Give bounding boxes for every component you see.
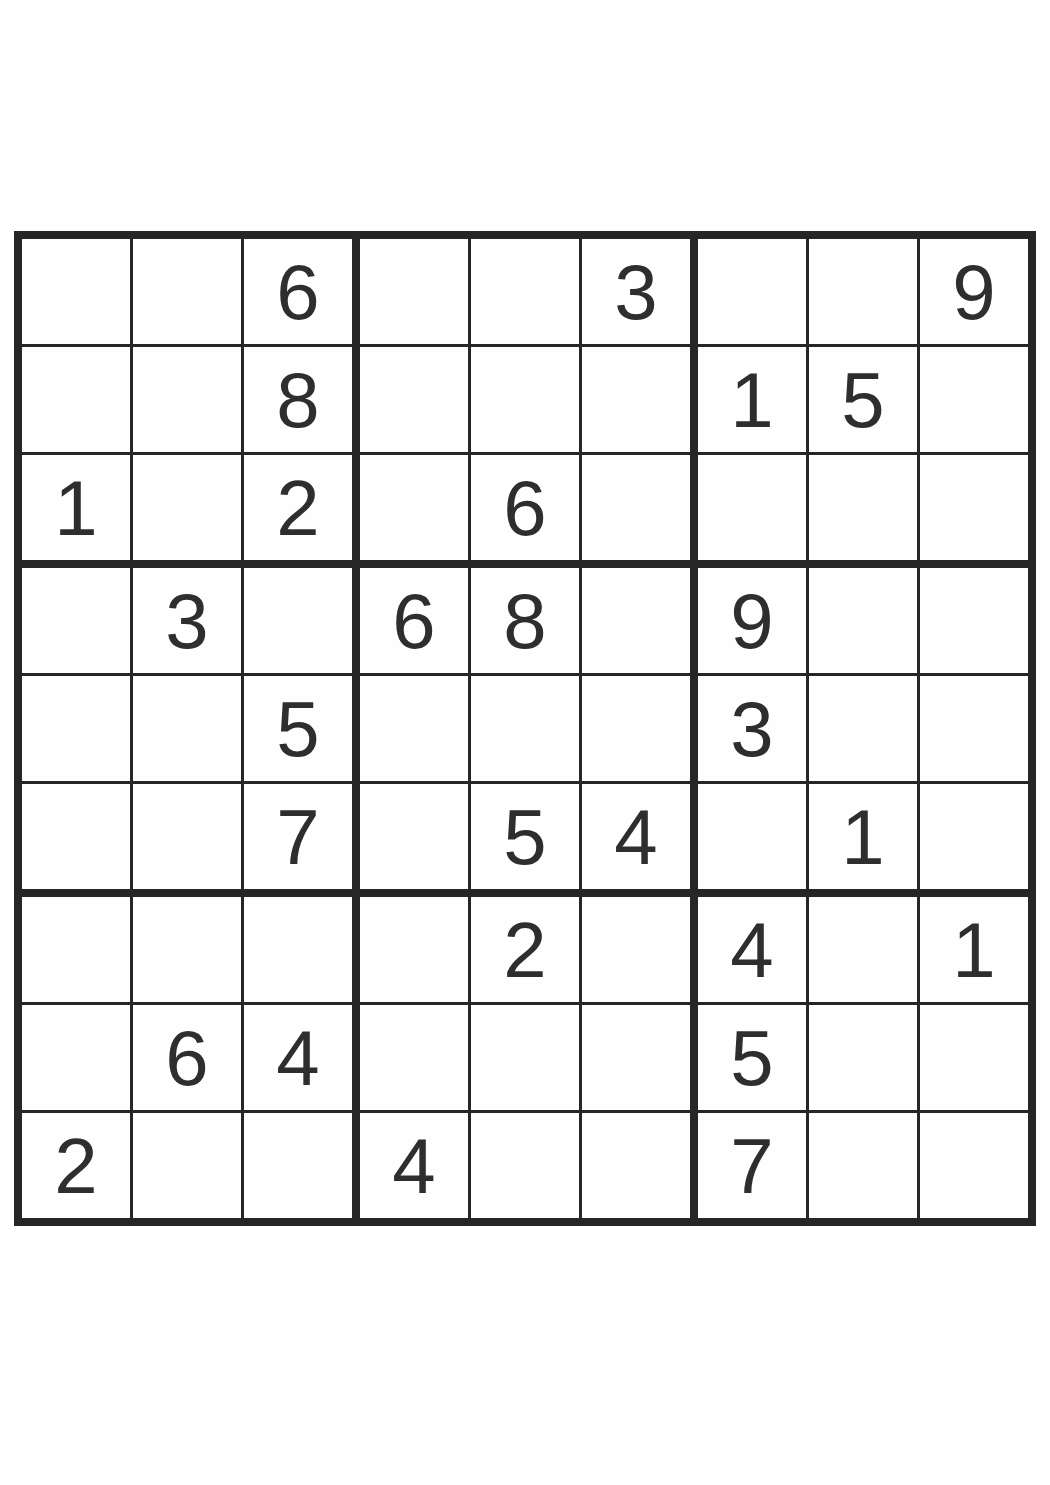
cell-r3c3[interactable]: 2 xyxy=(244,455,360,568)
given-digit: 3 xyxy=(730,690,773,768)
given-digit: 4 xyxy=(276,1019,319,1097)
cell-r1c1[interactable] xyxy=(22,239,133,347)
cell-r9c5[interactable] xyxy=(471,1113,582,1218)
given-digit: 9 xyxy=(952,253,995,331)
given-digit: 8 xyxy=(276,361,319,439)
given-digit: 4 xyxy=(392,1127,435,1205)
cell-r7c1[interactable] xyxy=(22,897,133,1005)
cell-r6c6[interactable]: 4 xyxy=(582,784,698,897)
cell-r1c6[interactable]: 3 xyxy=(582,239,698,347)
cell-r8c3[interactable]: 4 xyxy=(244,1005,360,1113)
cell-r4c2[interactable]: 3 xyxy=(133,568,244,676)
cell-r8c2[interactable]: 6 xyxy=(133,1005,244,1113)
cell-r6c9[interactable] xyxy=(920,784,1028,897)
cell-r4c1[interactable] xyxy=(22,568,133,676)
cell-r3c9[interactable] xyxy=(920,455,1028,568)
cell-r4c6[interactable] xyxy=(582,568,698,676)
given-digit: 2 xyxy=(54,1127,97,1205)
cell-r5c1[interactable] xyxy=(22,676,133,784)
given-digit: 5 xyxy=(503,798,546,876)
cell-r2c4[interactable] xyxy=(360,347,471,455)
cell-r3c7[interactable] xyxy=(698,455,809,568)
given-digit: 1 xyxy=(841,798,884,876)
cell-r6c2[interactable] xyxy=(133,784,244,897)
cell-r8c9[interactable] xyxy=(920,1005,1028,1113)
cell-r3c8[interactable] xyxy=(809,455,920,568)
cell-r7c3[interactable] xyxy=(244,897,360,1005)
cell-r8c4[interactable] xyxy=(360,1005,471,1113)
given-digit: 9 xyxy=(730,582,773,660)
page: 6398151263689537541241645247 xyxy=(0,0,1050,1226)
cell-r9c2[interactable] xyxy=(133,1113,244,1218)
cell-r1c7[interactable] xyxy=(698,239,809,347)
cell-r6c5[interactable]: 5 xyxy=(471,784,582,897)
cell-r1c9[interactable]: 9 xyxy=(920,239,1028,347)
cell-r4c5[interactable]: 8 xyxy=(471,568,582,676)
given-digit: 2 xyxy=(276,469,319,547)
cell-r1c4[interactable] xyxy=(360,239,471,347)
cell-r3c4[interactable] xyxy=(360,455,471,568)
cell-r5c3[interactable]: 5 xyxy=(244,676,360,784)
cell-r2c9[interactable] xyxy=(920,347,1028,455)
cell-r2c1[interactable] xyxy=(22,347,133,455)
given-digit: 1 xyxy=(952,911,995,989)
cell-r4c8[interactable] xyxy=(809,568,920,676)
cell-r7c5[interactable]: 2 xyxy=(471,897,582,1005)
cell-r6c3[interactable]: 7 xyxy=(244,784,360,897)
cell-r4c3[interactable] xyxy=(244,568,360,676)
cell-r9c3[interactable] xyxy=(244,1113,360,1218)
cell-r2c7[interactable]: 1 xyxy=(698,347,809,455)
cell-r6c4[interactable] xyxy=(360,784,471,897)
given-digit: 7 xyxy=(730,1127,773,1205)
given-digit: 6 xyxy=(503,469,546,547)
cell-r4c9[interactable] xyxy=(920,568,1028,676)
given-digit: 4 xyxy=(614,798,657,876)
given-digit: 5 xyxy=(730,1019,773,1097)
cell-r5c5[interactable] xyxy=(471,676,582,784)
cell-r9c9[interactable] xyxy=(920,1113,1028,1218)
cell-r1c3[interactable]: 6 xyxy=(244,239,360,347)
cell-r1c2[interactable] xyxy=(133,239,244,347)
given-digit: 6 xyxy=(392,582,435,660)
cell-r3c1[interactable]: 1 xyxy=(22,455,133,568)
cell-r4c4[interactable]: 6 xyxy=(360,568,471,676)
cell-r9c1[interactable]: 2 xyxy=(22,1113,133,1218)
given-digit: 5 xyxy=(276,690,319,768)
cell-r8c5[interactable] xyxy=(471,1005,582,1113)
given-digit: 1 xyxy=(54,469,97,547)
cell-r8c6[interactable] xyxy=(582,1005,698,1113)
cell-r7c9[interactable]: 1 xyxy=(920,897,1028,1005)
given-digit: 1 xyxy=(730,361,773,439)
cell-r5c2[interactable] xyxy=(133,676,244,784)
cell-r7c6[interactable] xyxy=(582,897,698,1005)
cell-r7c7[interactable]: 4 xyxy=(698,897,809,1005)
given-digit: 2 xyxy=(503,911,546,989)
given-digit: 8 xyxy=(503,582,546,660)
given-digit: 5 xyxy=(841,361,884,439)
cell-r8c8[interactable] xyxy=(809,1005,920,1113)
cell-r2c3[interactable]: 8 xyxy=(244,347,360,455)
cell-r9c8[interactable] xyxy=(809,1113,920,1218)
given-digit: 3 xyxy=(165,582,208,660)
cell-r5c4[interactable] xyxy=(360,676,471,784)
given-digit: 7 xyxy=(276,798,319,876)
cell-r3c6[interactable] xyxy=(582,455,698,568)
given-digit: 3 xyxy=(614,253,657,331)
given-digit: 4 xyxy=(730,911,773,989)
sudoku-board: 6398151263689537541241645247 xyxy=(14,231,1036,1226)
cell-r7c4[interactable] xyxy=(360,897,471,1005)
cell-r2c8[interactable]: 5 xyxy=(809,347,920,455)
cell-r5c6[interactable] xyxy=(582,676,698,784)
cell-r3c5[interactable]: 6 xyxy=(471,455,582,568)
cell-r2c5[interactable] xyxy=(471,347,582,455)
cell-r5c9[interactable] xyxy=(920,676,1028,784)
given-digit: 6 xyxy=(276,253,319,331)
cell-r6c8[interactable]: 1 xyxy=(809,784,920,897)
cell-r6c7[interactable] xyxy=(698,784,809,897)
cell-r1c5[interactable] xyxy=(471,239,582,347)
cell-r3c2[interactable] xyxy=(133,455,244,568)
cell-r5c8[interactable] xyxy=(809,676,920,784)
cell-r9c4[interactable]: 4 xyxy=(360,1113,471,1218)
cell-r7c2[interactable] xyxy=(133,897,244,1005)
cell-r5c7[interactable]: 3 xyxy=(698,676,809,784)
cell-r1c8[interactable] xyxy=(809,239,920,347)
cell-r9c7[interactable]: 7 xyxy=(698,1113,809,1218)
cell-r6c1[interactable] xyxy=(22,784,133,897)
cell-r9c6[interactable] xyxy=(582,1113,698,1218)
cell-r2c2[interactable] xyxy=(133,347,244,455)
cell-r4c7[interactable]: 9 xyxy=(698,568,809,676)
cell-r8c1[interactable] xyxy=(22,1005,133,1113)
cell-r8c7[interactable]: 5 xyxy=(698,1005,809,1113)
cell-r7c8[interactable] xyxy=(809,897,920,1005)
given-digit: 6 xyxy=(165,1019,208,1097)
cell-r2c6[interactable] xyxy=(582,347,698,455)
